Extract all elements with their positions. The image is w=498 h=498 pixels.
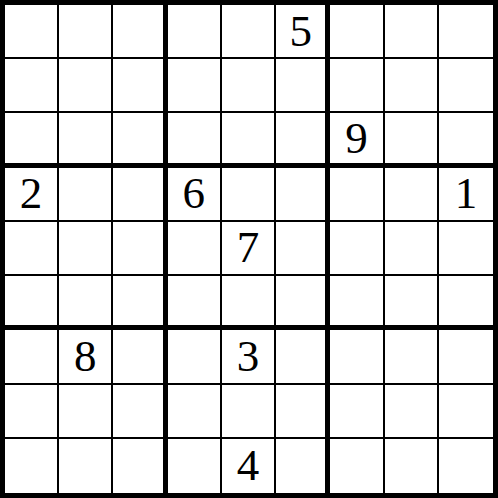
cell-r8c9[interactable] [439, 385, 493, 439]
cell-r6c1[interactable] [5, 276, 59, 330]
cell-r2c7[interactable] [330, 59, 384, 113]
cell-r1c6-given: 5 [276, 5, 330, 59]
cell-r7c4[interactable] [168, 330, 222, 384]
cell-r6c6[interactable] [276, 276, 330, 330]
cell-r4c9-given: 1 [439, 168, 493, 222]
cell-r4c7[interactable] [330, 168, 384, 222]
cell-r3c4[interactable] [168, 113, 222, 167]
cell-r2c4[interactable] [168, 59, 222, 113]
cell-r4c4-given: 6 [168, 168, 222, 222]
cell-r5c2[interactable] [59, 222, 113, 276]
cell-r5c9[interactable] [439, 222, 493, 276]
cell-r2c1[interactable] [5, 59, 59, 113]
cell-r8c7[interactable] [330, 385, 384, 439]
cell-r4c5[interactable] [222, 168, 276, 222]
cell-r9c4[interactable] [168, 439, 222, 493]
cell-r2c5[interactable] [222, 59, 276, 113]
cell-r3c7-given: 9 [330, 113, 384, 167]
cell-r1c9[interactable] [439, 5, 493, 59]
cell-r1c2[interactable] [59, 5, 113, 59]
cell-r8c6[interactable] [276, 385, 330, 439]
cell-r4c2[interactable] [59, 168, 113, 222]
cell-r2c6[interactable] [276, 59, 330, 113]
cell-r2c2[interactable] [59, 59, 113, 113]
cell-r5c6[interactable] [276, 222, 330, 276]
cell-r8c2[interactable] [59, 385, 113, 439]
cell-r1c1[interactable] [5, 5, 59, 59]
cell-r5c8[interactable] [385, 222, 439, 276]
cell-r2c8[interactable] [385, 59, 439, 113]
cell-r3c2[interactable] [59, 113, 113, 167]
cell-r9c3[interactable] [113, 439, 167, 493]
cell-r2c3[interactable] [113, 59, 167, 113]
cell-r5c4[interactable] [168, 222, 222, 276]
cell-r1c4[interactable] [168, 5, 222, 59]
cell-r6c3[interactable] [113, 276, 167, 330]
cell-r7c7[interactable] [330, 330, 384, 384]
cell-r5c7[interactable] [330, 222, 384, 276]
cell-r8c1[interactable] [5, 385, 59, 439]
cell-r6c5[interactable] [222, 276, 276, 330]
cell-r4c1-given: 2 [5, 168, 59, 222]
cell-r9c7[interactable] [330, 439, 384, 493]
cell-r2c9[interactable] [439, 59, 493, 113]
cell-r6c8[interactable] [385, 276, 439, 330]
cell-r6c4[interactable] [168, 276, 222, 330]
cell-r3c5[interactable] [222, 113, 276, 167]
cell-r1c7[interactable] [330, 5, 384, 59]
cell-r6c9[interactable] [439, 276, 493, 330]
cell-r3c6[interactable] [276, 113, 330, 167]
cell-r3c1[interactable] [5, 113, 59, 167]
cell-r5c3[interactable] [113, 222, 167, 276]
cell-r8c5[interactable] [222, 385, 276, 439]
cell-r7c6[interactable] [276, 330, 330, 384]
cell-r9c5-given: 4 [222, 439, 276, 493]
cell-r6c2[interactable] [59, 276, 113, 330]
cell-r8c8[interactable] [385, 385, 439, 439]
cell-r7c2-given: 8 [59, 330, 113, 384]
cell-r6c7[interactable] [330, 276, 384, 330]
cell-r9c2[interactable] [59, 439, 113, 493]
cell-r3c8[interactable] [385, 113, 439, 167]
cell-r1c5[interactable] [222, 5, 276, 59]
cell-r4c6[interactable] [276, 168, 330, 222]
cell-r8c4[interactable] [168, 385, 222, 439]
sudoku-board: 592617834 [0, 0, 498, 498]
cell-r1c8[interactable] [385, 5, 439, 59]
cell-r7c8[interactable] [385, 330, 439, 384]
cell-r1c3[interactable] [113, 5, 167, 59]
cell-r7c5-given: 3 [222, 330, 276, 384]
cell-r4c8[interactable] [385, 168, 439, 222]
cell-r7c1[interactable] [5, 330, 59, 384]
cell-r3c9[interactable] [439, 113, 493, 167]
cell-r9c8[interactable] [385, 439, 439, 493]
cell-r3c3[interactable] [113, 113, 167, 167]
cell-r7c9[interactable] [439, 330, 493, 384]
cell-r8c3[interactable] [113, 385, 167, 439]
sudoku-page: 592617834 [0, 0, 498, 498]
cell-r9c6[interactable] [276, 439, 330, 493]
cell-r9c9[interactable] [439, 439, 493, 493]
cell-r4c3[interactable] [113, 168, 167, 222]
cell-r5c5-given: 7 [222, 222, 276, 276]
cell-r5c1[interactable] [5, 222, 59, 276]
cell-r9c1[interactable] [5, 439, 59, 493]
cell-r7c3[interactable] [113, 330, 167, 384]
